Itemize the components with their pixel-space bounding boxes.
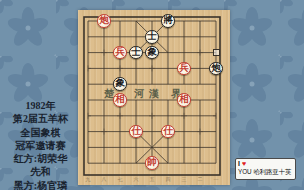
watermark-badge: I ♥ YOU 哈利路亚十英 xyxy=(235,158,296,180)
piece-red[interactable]: 相 xyxy=(113,93,127,107)
event-year: 1982年 xyxy=(3,99,78,112)
piece-black[interactable]: 士 xyxy=(129,46,143,60)
piece-black[interactable]: 象 xyxy=(113,77,127,91)
file-label: 二 xyxy=(192,176,208,183)
piece-red[interactable]: 兵 xyxy=(113,46,127,60)
file-labels-bottom: 九八七六五四三二一 xyxy=(80,176,224,183)
watermark-line1: I ♥ xyxy=(238,160,293,168)
piece-red[interactable]: 炮 xyxy=(97,14,111,28)
event-type: 冠军邀请赛 xyxy=(3,139,78,152)
file-label: 九 xyxy=(80,176,96,183)
heart-icon: ♥ xyxy=(242,160,246,167)
red-player: 红方:胡荣华 xyxy=(3,152,78,165)
screenshot-root: 1982年 第2届五羊杯 全国象棋 冠军邀请赛 红方:胡荣华 先和 黑方:杨官璘 xyxy=(0,0,304,190)
last-move-marker xyxy=(213,49,220,56)
file-label: 七 xyxy=(112,176,128,183)
piece-red[interactable]: 仕 xyxy=(129,125,143,139)
event-category: 全国象棋 xyxy=(3,126,78,139)
board-intersections[interactable]: 炮將士兵士象兵炮象相相仕仕帥 xyxy=(80,13,224,171)
piece-black[interactable]: 將 xyxy=(161,14,175,28)
piece-red[interactable]: 仕 xyxy=(161,125,175,139)
file-label: 三 xyxy=(176,176,192,183)
piece-black[interactable]: 士 xyxy=(145,30,159,44)
event-info-panel: 1982年 第2届五羊杯 全国象棋 冠军邀请赛 红方:胡荣华 先和 黑方:杨官璘 xyxy=(3,99,78,190)
piece-red[interactable]: 相 xyxy=(177,93,191,107)
game-result: 先和 xyxy=(3,165,78,178)
piece-red[interactable]: 帥 xyxy=(145,156,159,170)
piece-black[interactable]: 炮 xyxy=(209,62,223,76)
event-name: 第2届五羊杯 xyxy=(3,112,78,125)
piece-black[interactable]: 象 xyxy=(145,46,159,60)
file-label: 六 xyxy=(128,176,144,183)
file-label: 一 xyxy=(208,176,224,183)
file-label: 五 xyxy=(144,176,160,183)
piece-red[interactable]: 兵 xyxy=(177,62,191,76)
file-label: 八 xyxy=(96,176,112,183)
black-player: 黑方:杨官璘 xyxy=(3,179,78,190)
file-label: 四 xyxy=(160,176,176,183)
xiangqi-board[interactable]: 楚 河 漢 界 炮將士兵士象兵炮象相相仕仕帥 九八七六五四三二一 xyxy=(78,10,230,185)
watermark-line2: YOU 哈利路亚十英 xyxy=(238,168,293,176)
